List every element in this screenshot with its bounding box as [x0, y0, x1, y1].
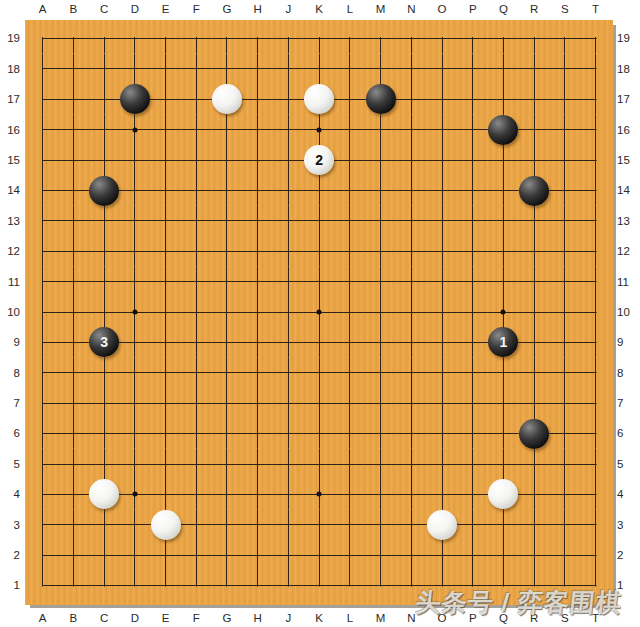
intersection[interactable]	[365, 84, 396, 114]
intersection[interactable]	[457, 175, 488, 205]
intersection[interactable]	[181, 358, 212, 388]
intersection[interactable]	[181, 510, 212, 540]
intersection[interactable]	[150, 510, 181, 540]
intersection[interactable]	[396, 297, 427, 327]
intersection[interactable]	[304, 479, 335, 509]
intersection[interactable]	[488, 54, 519, 84]
intersection[interactable]	[365, 570, 396, 600]
intersection[interactable]	[242, 510, 273, 540]
intersection[interactable]	[519, 236, 550, 266]
intersection[interactable]	[119, 358, 150, 388]
intersection[interactable]	[181, 418, 212, 448]
intersection[interactable]	[365, 479, 396, 509]
intersection[interactable]	[580, 510, 611, 540]
intersection[interactable]	[27, 54, 58, 84]
intersection[interactable]	[89, 23, 120, 53]
intersection[interactable]	[519, 84, 550, 114]
intersection[interactable]	[365, 327, 396, 357]
intersection[interactable]	[58, 206, 89, 236]
intersection[interactable]	[89, 206, 120, 236]
intersection[interactable]	[27, 327, 58, 357]
intersection[interactable]	[396, 115, 427, 145]
intersection[interactable]	[89, 570, 120, 600]
intersection[interactable]	[119, 449, 150, 479]
intersection[interactable]	[212, 206, 243, 236]
intersection[interactable]	[242, 358, 273, 388]
white-stone[interactable]	[212, 84, 242, 114]
intersection[interactable]	[242, 327, 273, 357]
intersection[interactable]	[119, 540, 150, 570]
black-stone[interactable]	[519, 176, 549, 206]
intersection[interactable]	[150, 327, 181, 357]
intersection[interactable]	[580, 418, 611, 448]
intersection[interactable]	[365, 388, 396, 418]
intersection[interactable]	[242, 236, 273, 266]
intersection[interactable]	[457, 23, 488, 53]
intersection[interactable]	[365, 540, 396, 570]
intersection[interactable]	[89, 418, 120, 448]
intersection[interactable]	[181, 570, 212, 600]
intersection[interactable]	[580, 54, 611, 84]
intersection[interactable]	[396, 175, 427, 205]
intersection[interactable]	[550, 449, 581, 479]
intersection[interactable]	[580, 449, 611, 479]
intersection[interactable]	[89, 54, 120, 84]
intersection[interactable]	[488, 206, 519, 236]
intersection[interactable]	[488, 145, 519, 175]
intersection[interactable]	[119, 145, 150, 175]
intersection[interactable]	[58, 54, 89, 84]
intersection[interactable]	[457, 267, 488, 297]
intersection[interactable]	[519, 267, 550, 297]
intersection[interactable]	[457, 206, 488, 236]
intersection[interactable]	[89, 267, 120, 297]
intersection[interactable]	[181, 115, 212, 145]
intersection[interactable]	[457, 449, 488, 479]
intersection[interactable]	[181, 145, 212, 175]
intersection[interactable]	[457, 84, 488, 114]
white-stone[interactable]	[151, 510, 181, 540]
intersection[interactable]	[58, 145, 89, 175]
intersection[interactable]	[119, 54, 150, 84]
intersection[interactable]	[119, 236, 150, 266]
white-stone[interactable]	[304, 84, 334, 114]
intersection[interactable]	[519, 540, 550, 570]
intersection[interactable]	[27, 418, 58, 448]
intersection[interactable]	[304, 175, 335, 205]
intersection[interactable]	[150, 84, 181, 114]
intersection[interactable]	[181, 175, 212, 205]
white-stone[interactable]	[89, 479, 119, 509]
intersection[interactable]	[365, 510, 396, 540]
intersection[interactable]	[427, 115, 458, 145]
intersection[interactable]	[150, 145, 181, 175]
intersection[interactable]	[365, 206, 396, 236]
intersection[interactable]	[427, 479, 458, 509]
intersection[interactable]	[427, 84, 458, 114]
intersection[interactable]	[58, 23, 89, 53]
intersection[interactable]	[519, 297, 550, 327]
intersection[interactable]	[580, 23, 611, 53]
intersection[interactable]	[519, 23, 550, 53]
black-stone[interactable]	[366, 84, 396, 114]
intersection[interactable]	[89, 297, 120, 327]
intersection[interactable]	[119, 206, 150, 236]
intersection[interactable]	[150, 358, 181, 388]
intersection[interactable]	[427, 388, 458, 418]
intersection[interactable]	[519, 388, 550, 418]
intersection[interactable]	[457, 540, 488, 570]
intersection[interactable]	[427, 267, 458, 297]
intersection[interactable]	[396, 358, 427, 388]
intersection[interactable]	[27, 388, 58, 418]
intersection[interactable]: 1	[488, 327, 519, 357]
intersection[interactable]	[365, 175, 396, 205]
intersection[interactable]	[519, 206, 550, 236]
intersection[interactable]	[365, 358, 396, 388]
intersection[interactable]	[212, 297, 243, 327]
intersection[interactable]	[119, 297, 150, 327]
intersection[interactable]	[89, 175, 120, 205]
intersection[interactable]	[304, 570, 335, 600]
intersection[interactable]	[427, 236, 458, 266]
intersection[interactable]	[150, 449, 181, 479]
intersection[interactable]	[89, 449, 120, 479]
intersection[interactable]	[580, 175, 611, 205]
intersection[interactable]	[150, 23, 181, 53]
intersection[interactable]	[580, 327, 611, 357]
intersection[interactable]	[150, 388, 181, 418]
intersection[interactable]	[150, 206, 181, 236]
intersection[interactable]	[242, 570, 273, 600]
intersection[interactable]	[334, 54, 365, 84]
intersection[interactable]	[365, 297, 396, 327]
intersection[interactable]	[89, 115, 120, 145]
intersection[interactable]	[396, 510, 427, 540]
intersection[interactable]	[150, 236, 181, 266]
white-stone[interactable]	[427, 510, 457, 540]
intersection[interactable]	[181, 388, 212, 418]
intersection[interactable]	[519, 327, 550, 357]
intersection[interactable]	[457, 115, 488, 145]
intersection[interactable]	[27, 297, 58, 327]
intersection[interactable]	[457, 54, 488, 84]
intersection[interactable]	[519, 115, 550, 145]
intersection[interactable]	[119, 327, 150, 357]
intersection[interactable]	[457, 327, 488, 357]
intersection[interactable]	[488, 449, 519, 479]
intersection[interactable]: 3	[89, 327, 120, 357]
intersection[interactable]	[273, 236, 304, 266]
intersection[interactable]	[488, 84, 519, 114]
intersection[interactable]	[150, 175, 181, 205]
intersection[interactable]	[242, 145, 273, 175]
intersection[interactable]	[334, 388, 365, 418]
intersection[interactable]	[519, 54, 550, 84]
intersection[interactable]	[304, 206, 335, 236]
intersection[interactable]	[580, 540, 611, 570]
black-stone[interactable]	[519, 419, 549, 449]
intersection[interactable]	[273, 115, 304, 145]
intersection[interactable]	[150, 115, 181, 145]
intersection[interactable]	[242, 23, 273, 53]
intersection[interactable]	[550, 236, 581, 266]
black-stone[interactable]	[488, 115, 518, 145]
intersection[interactable]	[519, 479, 550, 509]
intersection[interactable]	[58, 540, 89, 570]
intersection[interactable]	[304, 388, 335, 418]
intersection[interactable]	[550, 297, 581, 327]
intersection[interactable]	[212, 145, 243, 175]
intersection[interactable]	[27, 175, 58, 205]
intersection[interactable]	[119, 175, 150, 205]
black-stone[interactable]	[89, 176, 119, 206]
white-stone[interactable]: 2	[304, 145, 334, 175]
intersection[interactable]	[27, 358, 58, 388]
intersection[interactable]	[580, 267, 611, 297]
intersection[interactable]	[150, 297, 181, 327]
intersection[interactable]	[89, 84, 120, 114]
intersection[interactable]	[27, 115, 58, 145]
intersection[interactable]	[427, 327, 458, 357]
intersection[interactable]	[58, 236, 89, 266]
intersection[interactable]	[580, 388, 611, 418]
intersection[interactable]	[212, 327, 243, 357]
intersection[interactable]	[457, 510, 488, 540]
intersection[interactable]	[550, 206, 581, 236]
intersection[interactable]	[304, 297, 335, 327]
intersection[interactable]	[212, 418, 243, 448]
intersection[interactable]	[580, 479, 611, 509]
intersection[interactable]	[396, 479, 427, 509]
intersection[interactable]	[550, 23, 581, 53]
intersection[interactable]	[58, 115, 89, 145]
intersection[interactable]	[334, 479, 365, 509]
intersection[interactable]	[27, 23, 58, 53]
intersection[interactable]	[550, 54, 581, 84]
intersection[interactable]	[242, 540, 273, 570]
intersection[interactable]	[27, 236, 58, 266]
intersection[interactable]	[550, 115, 581, 145]
intersection[interactable]	[334, 145, 365, 175]
intersection[interactable]	[427, 297, 458, 327]
intersection[interactable]	[580, 206, 611, 236]
intersection[interactable]	[365, 267, 396, 297]
intersection[interactable]	[273, 267, 304, 297]
intersection[interactable]	[273, 206, 304, 236]
intersection[interactable]	[27, 449, 58, 479]
intersection[interactable]	[242, 206, 273, 236]
intersection[interactable]	[119, 388, 150, 418]
intersection[interactable]	[334, 84, 365, 114]
intersection[interactable]	[242, 479, 273, 509]
intersection[interactable]	[212, 388, 243, 418]
intersection[interactable]	[519, 449, 550, 479]
intersection[interactable]	[27, 206, 58, 236]
intersection[interactable]	[181, 84, 212, 114]
black-stone[interactable]: 3	[89, 327, 119, 357]
intersection[interactable]	[396, 267, 427, 297]
intersection[interactable]	[427, 358, 458, 388]
intersection[interactable]	[27, 145, 58, 175]
intersection[interactable]	[334, 358, 365, 388]
intersection[interactable]	[273, 510, 304, 540]
intersection[interactable]	[365, 449, 396, 479]
intersection[interactable]	[550, 418, 581, 448]
intersection[interactable]	[212, 23, 243, 53]
intersection[interactable]	[519, 418, 550, 448]
intersection[interactable]	[181, 297, 212, 327]
intersection[interactable]	[242, 418, 273, 448]
intersection[interactable]	[27, 267, 58, 297]
intersection[interactable]	[550, 388, 581, 418]
intersection[interactable]	[273, 23, 304, 53]
intersection[interactable]	[550, 510, 581, 540]
intersection[interactable]	[181, 23, 212, 53]
intersection[interactable]	[58, 449, 89, 479]
intersection[interactable]	[580, 115, 611, 145]
intersection[interactable]	[365, 236, 396, 266]
intersection[interactable]	[119, 267, 150, 297]
intersection[interactable]	[304, 510, 335, 540]
intersection[interactable]	[304, 327, 335, 357]
intersection[interactable]	[427, 510, 458, 540]
intersection[interactable]	[457, 358, 488, 388]
intersection[interactable]	[580, 297, 611, 327]
intersection[interactable]	[242, 388, 273, 418]
intersection[interactable]	[365, 115, 396, 145]
intersection[interactable]	[27, 570, 58, 600]
intersection[interactable]	[365, 418, 396, 448]
intersection[interactable]	[488, 418, 519, 448]
intersection[interactable]	[181, 479, 212, 509]
intersection[interactable]	[150, 540, 181, 570]
intersection[interactable]	[488, 115, 519, 145]
intersection[interactable]	[89, 358, 120, 388]
intersection[interactable]	[242, 449, 273, 479]
intersection[interactable]	[334, 418, 365, 448]
intersection[interactable]	[181, 267, 212, 297]
intersection[interactable]	[58, 510, 89, 540]
intersection[interactable]	[212, 479, 243, 509]
intersection[interactable]	[304, 236, 335, 266]
intersection[interactable]	[457, 297, 488, 327]
intersection[interactable]	[427, 145, 458, 175]
intersection[interactable]	[427, 23, 458, 53]
intersection[interactable]	[488, 540, 519, 570]
intersection[interactable]	[212, 54, 243, 84]
intersection[interactable]	[89, 236, 120, 266]
intersection[interactable]	[457, 418, 488, 448]
intersection[interactable]	[396, 54, 427, 84]
intersection[interactable]	[304, 267, 335, 297]
intersection[interactable]	[212, 115, 243, 145]
intersection[interactable]	[580, 145, 611, 175]
intersection[interactable]	[519, 175, 550, 205]
intersection[interactable]	[212, 175, 243, 205]
black-stone[interactable]: 1	[488, 327, 518, 357]
intersection[interactable]	[488, 479, 519, 509]
intersection[interactable]	[334, 115, 365, 145]
intersection[interactable]	[365, 23, 396, 53]
intersection[interactable]	[242, 84, 273, 114]
intersection[interactable]	[150, 54, 181, 84]
intersection[interactable]	[580, 84, 611, 114]
intersection[interactable]	[181, 236, 212, 266]
black-stone[interactable]	[120, 84, 150, 114]
intersection[interactable]	[396, 540, 427, 570]
intersection[interactable]	[242, 115, 273, 145]
intersection[interactable]	[550, 84, 581, 114]
intersection[interactable]	[396, 84, 427, 114]
intersection[interactable]	[273, 84, 304, 114]
intersection[interactable]	[519, 145, 550, 175]
intersection[interactable]	[427, 540, 458, 570]
intersection[interactable]	[119, 84, 150, 114]
intersection[interactable]	[273, 145, 304, 175]
intersection[interactable]	[273, 540, 304, 570]
intersection[interactable]	[488, 388, 519, 418]
intersection[interactable]	[89, 388, 120, 418]
intersection[interactable]	[273, 449, 304, 479]
intersection[interactable]	[212, 540, 243, 570]
intersection[interactable]	[580, 236, 611, 266]
intersection[interactable]	[89, 145, 120, 175]
intersection[interactable]	[334, 23, 365, 53]
intersection[interactable]	[396, 236, 427, 266]
intersection[interactable]	[488, 297, 519, 327]
intersection[interactable]	[27, 479, 58, 509]
intersection[interactable]	[27, 540, 58, 570]
intersection[interactable]	[181, 206, 212, 236]
intersection[interactable]	[150, 570, 181, 600]
intersection[interactable]	[396, 23, 427, 53]
intersection[interactable]	[334, 236, 365, 266]
intersection[interactable]	[304, 358, 335, 388]
intersection[interactable]	[304, 449, 335, 479]
intersection[interactable]	[89, 540, 120, 570]
intersection[interactable]	[273, 358, 304, 388]
intersection[interactable]	[58, 84, 89, 114]
intersection[interactable]	[488, 358, 519, 388]
intersection[interactable]	[427, 418, 458, 448]
intersection[interactable]	[58, 327, 89, 357]
intersection[interactable]	[212, 449, 243, 479]
intersection[interactable]	[334, 540, 365, 570]
intersection[interactable]	[181, 54, 212, 84]
intersection[interactable]	[58, 388, 89, 418]
intersection[interactable]	[365, 145, 396, 175]
intersection[interactable]	[427, 175, 458, 205]
intersection[interactable]	[119, 479, 150, 509]
intersection[interactable]	[212, 570, 243, 600]
intersection[interactable]	[334, 327, 365, 357]
intersection[interactable]	[334, 297, 365, 327]
intersection[interactable]	[396, 418, 427, 448]
intersection[interactable]	[304, 23, 335, 53]
intersection[interactable]	[304, 84, 335, 114]
intersection[interactable]	[212, 510, 243, 540]
intersection[interactable]	[488, 267, 519, 297]
intersection[interactable]	[365, 54, 396, 84]
intersection[interactable]	[334, 570, 365, 600]
intersection[interactable]	[396, 327, 427, 357]
intersection[interactable]	[119, 418, 150, 448]
intersection[interactable]	[27, 84, 58, 114]
intersection[interactable]	[242, 54, 273, 84]
intersection[interactable]	[396, 145, 427, 175]
intersection[interactable]	[488, 236, 519, 266]
